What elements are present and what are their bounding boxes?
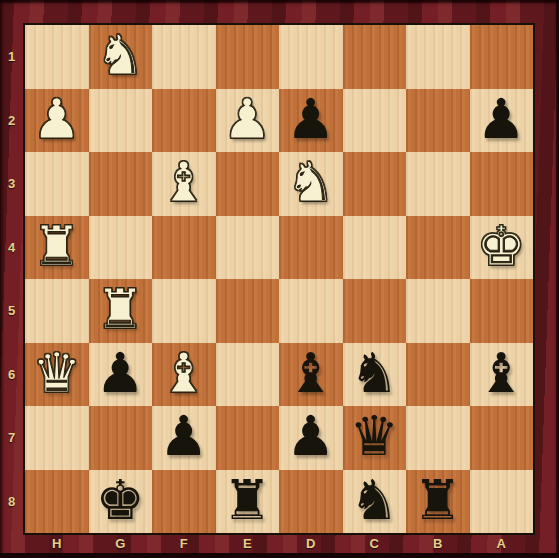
black-pawn-g6[interactable]: ♟ — [96, 346, 145, 401]
rank-label-3: 3 — [0, 152, 23, 216]
square-d5[interactable] — [279, 279, 343, 343]
white-knight-d3[interactable]: ♞ — [286, 155, 335, 210]
square-e8[interactable]: ♜ — [216, 470, 280, 534]
rank-label-7: 7 — [0, 406, 23, 470]
square-g2[interactable] — [89, 89, 153, 153]
square-c3[interactable] — [343, 152, 407, 216]
white-bishop-f6[interactable]: ♝ — [159, 346, 208, 401]
white-rook-g5[interactable]: ♜ — [96, 282, 145, 337]
file-label-e: E — [216, 536, 280, 551]
white-pawn-h2[interactable]: ♟ — [32, 92, 81, 147]
white-bishop-f3[interactable]: ♝ — [159, 155, 208, 210]
rank-label-6: 6 — [0, 343, 23, 407]
file-label-b: B — [406, 536, 470, 551]
square-a5[interactable] — [470, 279, 534, 343]
black-bishop-d6[interactable]: ♝ — [286, 346, 335, 401]
square-f3[interactable]: ♝ — [152, 152, 216, 216]
square-e4[interactable] — [216, 216, 280, 280]
square-e3[interactable] — [216, 152, 280, 216]
black-pawn-f7[interactable]: ♟ — [159, 409, 208, 464]
square-d8[interactable] — [279, 470, 343, 534]
rank-label-5: 5 — [0, 279, 23, 343]
square-b1[interactable] — [406, 25, 470, 89]
square-f1[interactable] — [152, 25, 216, 89]
file-label-h: H — [25, 536, 89, 551]
square-c1[interactable] — [343, 25, 407, 89]
square-h8[interactable] — [25, 470, 89, 534]
square-d7[interactable]: ♟ — [279, 406, 343, 470]
file-label-d: D — [279, 536, 343, 551]
square-d1[interactable] — [279, 25, 343, 89]
square-h5[interactable] — [25, 279, 89, 343]
white-knight-g1[interactable]: ♞ — [96, 28, 145, 83]
square-h3[interactable] — [25, 152, 89, 216]
square-h6[interactable]: ♛ — [25, 343, 89, 407]
square-h2[interactable]: ♟ — [25, 89, 89, 153]
square-f7[interactable]: ♟ — [152, 406, 216, 470]
square-b5[interactable] — [406, 279, 470, 343]
square-g8[interactable]: ♚ — [89, 470, 153, 534]
rank-label-1: 1 — [0, 25, 23, 89]
square-c8[interactable]: ♞ — [343, 470, 407, 534]
rank-label-4: 4 — [0, 216, 23, 280]
square-c5[interactable] — [343, 279, 407, 343]
square-e2[interactable]: ♟ — [216, 89, 280, 153]
square-h7[interactable] — [25, 406, 89, 470]
chess-board-frame: 12345678 HGFEDCBA ♞♟♟♟♟♝♞♜♚♜♛♟♝♝♞♝♟♟♛♚♜♞… — [0, 0, 559, 558]
white-king-a4[interactable]: ♚ — [477, 219, 526, 274]
rank-label-2: 2 — [0, 89, 23, 153]
square-a8[interactable] — [470, 470, 534, 534]
black-knight-c6[interactable]: ♞ — [350, 346, 399, 401]
square-g3[interactable] — [89, 152, 153, 216]
square-h4[interactable]: ♜ — [25, 216, 89, 280]
square-c4[interactable] — [343, 216, 407, 280]
square-b7[interactable] — [406, 406, 470, 470]
black-rook-e8[interactable]: ♜ — [223, 473, 272, 528]
white-rook-h4[interactable]: ♜ — [32, 219, 81, 274]
file-label-g: G — [89, 536, 153, 551]
square-g1[interactable]: ♞ — [89, 25, 153, 89]
rank-label-8: 8 — [0, 470, 23, 534]
square-b8[interactable]: ♜ — [406, 470, 470, 534]
black-rook-b8[interactable]: ♜ — [413, 473, 462, 528]
square-a7[interactable] — [470, 406, 534, 470]
square-f5[interactable] — [152, 279, 216, 343]
square-f2[interactable] — [152, 89, 216, 153]
square-h1[interactable] — [25, 25, 89, 89]
square-d2[interactable]: ♟ — [279, 89, 343, 153]
square-f4[interactable] — [152, 216, 216, 280]
board-outline: ♞♟♟♟♟♝♞♜♚♜♛♟♝♝♞♝♟♟♛♚♜♞♜ — [23, 23, 535, 535]
black-knight-c8[interactable]: ♞ — [350, 473, 399, 528]
square-a2[interactable]: ♟ — [470, 89, 534, 153]
square-d4[interactable] — [279, 216, 343, 280]
black-bishop-a6[interactable]: ♝ — [477, 346, 526, 401]
square-f6[interactable]: ♝ — [152, 343, 216, 407]
square-e7[interactable] — [216, 406, 280, 470]
square-e6[interactable] — [216, 343, 280, 407]
square-a3[interactable] — [470, 152, 534, 216]
file-label-c: C — [343, 536, 407, 551]
rank-labels: 12345678 — [0, 25, 23, 533]
file-label-a: A — [470, 536, 534, 551]
square-b2[interactable] — [406, 89, 470, 153]
square-b6[interactable] — [406, 343, 470, 407]
square-g4[interactable] — [89, 216, 153, 280]
square-a4[interactable]: ♚ — [470, 216, 534, 280]
black-pawn-a2[interactable]: ♟ — [477, 92, 526, 147]
square-f8[interactable] — [152, 470, 216, 534]
square-c7[interactable]: ♛ — [343, 406, 407, 470]
square-c6[interactable]: ♞ — [343, 343, 407, 407]
square-d3[interactable]: ♞ — [279, 152, 343, 216]
square-e1[interactable] — [216, 25, 280, 89]
square-g5[interactable]: ♜ — [89, 279, 153, 343]
square-b4[interactable] — [406, 216, 470, 280]
square-g7[interactable] — [89, 406, 153, 470]
black-queen-c7[interactable]: ♛ — [350, 409, 399, 464]
square-d6[interactable]: ♝ — [279, 343, 343, 407]
black-pawn-d2[interactable]: ♟ — [286, 92, 335, 147]
square-c2[interactable] — [343, 89, 407, 153]
black-king-g8[interactable]: ♚ — [96, 473, 145, 528]
white-pawn-e2[interactable]: ♟ — [223, 92, 272, 147]
chess-board: ♞♟♟♟♟♝♞♜♚♜♛♟♝♝♞♝♟♟♛♚♜♞♜ — [25, 25, 533, 533]
square-e5[interactable] — [216, 279, 280, 343]
square-a6[interactable]: ♝ — [470, 343, 534, 407]
square-b3[interactable] — [406, 152, 470, 216]
file-labels: HGFEDCBA — [25, 534, 533, 553]
file-label-f: F — [152, 536, 216, 551]
square-a1[interactable] — [470, 25, 534, 89]
black-pawn-d7[interactable]: ♟ — [286, 409, 335, 464]
square-g6[interactable]: ♟ — [89, 343, 153, 407]
white-queen-h6[interactable]: ♛ — [32, 346, 81, 401]
